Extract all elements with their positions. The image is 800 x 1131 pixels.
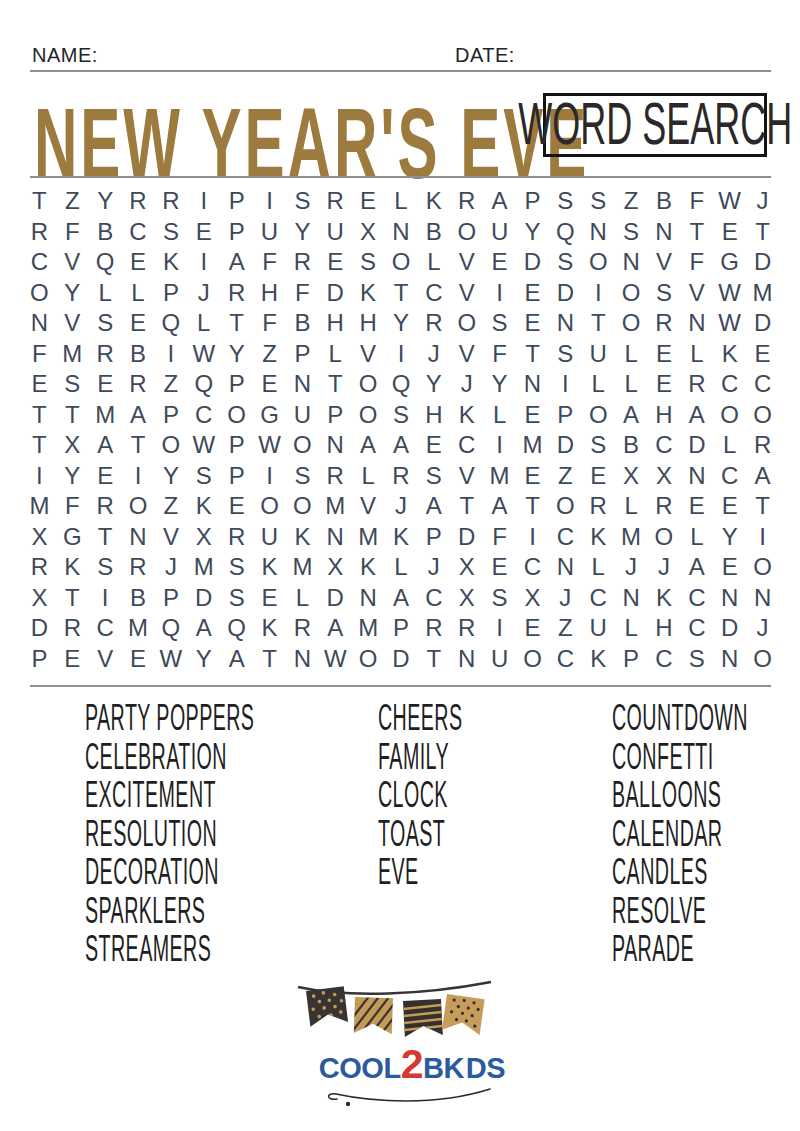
grid-cell-r15c6[interactable]: A	[187, 613, 220, 644]
grid-cell-r2c10[interactable]: U	[319, 217, 352, 248]
grid-cell-r11c11[interactable]: V	[352, 491, 385, 522]
grid-cell-r8c5[interactable]: P	[154, 400, 187, 431]
grid-cell-r8c8[interactable]: G	[253, 400, 286, 431]
grid-cell-r16c8[interactable]: T	[253, 644, 286, 675]
grid-cell-r3c3[interactable]: Q	[89, 247, 122, 278]
grid-cell-r10c12[interactable]: R	[385, 461, 418, 492]
grid-cell-r8c18[interactable]: O	[582, 400, 615, 431]
grid-cell-r4c3[interactable]: L	[89, 278, 122, 309]
grid-cell-r13c6[interactable]: M	[187, 552, 220, 583]
grid-cell-r9c18[interactable]: S	[582, 430, 615, 461]
grid-cell-r16c15[interactable]: U	[483, 644, 516, 675]
grid-cell-r15c1[interactable]: D	[23, 613, 56, 644]
grid-cell-r7c17[interactable]: I	[549, 369, 582, 400]
grid-cell-r8c1[interactable]: T	[23, 400, 56, 431]
grid-cell-r3c10[interactable]: E	[319, 247, 352, 278]
grid-cell-r3c21[interactable]: F	[680, 247, 713, 278]
grid-cell-r13c3[interactable]: S	[89, 552, 122, 583]
grid-cell-r16c4[interactable]: E	[122, 644, 155, 675]
grid-cell-r4c2[interactable]: Y	[56, 278, 89, 309]
grid-cell-r3c17[interactable]: S	[549, 247, 582, 278]
grid-cell-r1c19[interactable]: Z	[615, 186, 648, 217]
grid-cell-r16c13[interactable]: T	[417, 644, 450, 675]
grid-cell-r7c5[interactable]: Z	[154, 369, 187, 400]
grid-cell-r5c3[interactable]: S	[89, 308, 122, 339]
grid-cell-r11c13[interactable]: A	[417, 491, 450, 522]
grid-cell-r8c23[interactable]: O	[746, 400, 779, 431]
grid-cell-r14c13[interactable]: C	[417, 583, 450, 614]
grid-cell-r3c12[interactable]: O	[385, 247, 418, 278]
grid-cell-r8c3[interactable]: M	[89, 400, 122, 431]
grid-cell-r9c10[interactable]: N	[319, 430, 352, 461]
grid-cell-r14c20[interactable]: K	[648, 583, 681, 614]
grid-cell-r4c17[interactable]: D	[549, 278, 582, 309]
grid-cell-r11c14[interactable]: T	[450, 491, 483, 522]
grid-cell-r4c8[interactable]: H	[253, 278, 286, 309]
grid-cell-r6c21[interactable]: L	[680, 339, 713, 370]
grid-cell-r8c17[interactable]: P	[549, 400, 582, 431]
grid-cell-r16c14[interactable]: N	[450, 644, 483, 675]
grid-cell-r12c10[interactable]: N	[319, 522, 352, 553]
grid-cell-r12c19[interactable]: M	[615, 522, 648, 553]
grid-cell-r6c14[interactable]: V	[450, 339, 483, 370]
grid-cell-r14c16[interactable]: X	[516, 583, 549, 614]
grid-cell-r5c5[interactable]: Q	[154, 308, 187, 339]
grid-cell-r4c5[interactable]: P	[154, 278, 187, 309]
grid-cell-r1c6[interactable]: I	[187, 186, 220, 217]
grid-cell-r10c3[interactable]: E	[89, 461, 122, 492]
grid-cell-r15c11[interactable]: M	[352, 613, 385, 644]
grid-cell-r14c9[interactable]: L	[286, 583, 319, 614]
grid-cell-r14c22[interactable]: N	[713, 583, 746, 614]
grid-cell-r8c16[interactable]: E	[516, 400, 549, 431]
grid-cell-r15c8[interactable]: K	[253, 613, 286, 644]
grid-cell-r8c10[interactable]: P	[319, 400, 352, 431]
grid-cell-r4c1[interactable]: O	[23, 278, 56, 309]
grid-cell-r13c5[interactable]: J	[154, 552, 187, 583]
grid-cell-r8c9[interactable]: U	[286, 400, 319, 431]
grid-cell-r12c3[interactable]: T	[89, 522, 122, 553]
grid-cell-r16c1[interactable]: P	[23, 644, 56, 675]
grid-cell-r11c10[interactable]: M	[319, 491, 352, 522]
grid-cell-r10c5[interactable]: Y	[154, 461, 187, 492]
grid-cell-r1c4[interactable]: R	[122, 186, 155, 217]
grid-cell-r4c11[interactable]: K	[352, 278, 385, 309]
grid-cell-r5c22[interactable]: W	[713, 308, 746, 339]
grid-cell-r12c20[interactable]: O	[648, 522, 681, 553]
grid-cell-r7c13[interactable]: Y	[417, 369, 450, 400]
grid-cell-r14c14[interactable]: X	[450, 583, 483, 614]
grid-cell-r8c2[interactable]: T	[56, 400, 89, 431]
grid-cell-r4c16[interactable]: E	[516, 278, 549, 309]
grid-cell-r9c16[interactable]: M	[516, 430, 549, 461]
grid-cell-r2c11[interactable]: X	[352, 217, 385, 248]
grid-cell-r7c16[interactable]: N	[516, 369, 549, 400]
grid-cell-r16c12[interactable]: D	[385, 644, 418, 675]
grid-cell-r2c7[interactable]: P	[220, 217, 253, 248]
grid-cell-r2c16[interactable]: Y	[516, 217, 549, 248]
grid-cell-r11c1[interactable]: M	[23, 491, 56, 522]
grid-cell-r9c9[interactable]: O	[286, 430, 319, 461]
grid-cell-r6c22[interactable]: K	[713, 339, 746, 370]
grid-cell-r4c20[interactable]: S	[648, 278, 681, 309]
grid-cell-r5c7[interactable]: T	[220, 308, 253, 339]
grid-cell-r10c4[interactable]: I	[122, 461, 155, 492]
grid-cell-r16c6[interactable]: Y	[187, 644, 220, 675]
grid-cell-r6c17[interactable]: S	[549, 339, 582, 370]
grid-cell-r15c7[interactable]: Q	[220, 613, 253, 644]
grid-cell-r6c15[interactable]: F	[483, 339, 516, 370]
grid-cell-r16c5[interactable]: W	[154, 644, 187, 675]
grid-cell-r15c13[interactable]: R	[417, 613, 450, 644]
grid-cell-r7c4[interactable]: R	[122, 369, 155, 400]
grid-cell-r7c7[interactable]: P	[220, 369, 253, 400]
grid-cell-r2c19[interactable]: S	[615, 217, 648, 248]
grid-cell-r3c8[interactable]: F	[253, 247, 286, 278]
grid-cell-r7c21[interactable]: R	[680, 369, 713, 400]
grid-cell-r4c4[interactable]: L	[122, 278, 155, 309]
grid-cell-r8c4[interactable]: A	[122, 400, 155, 431]
grid-cell-r14c23[interactable]: N	[746, 583, 779, 614]
grid-cell-r8c7[interactable]: O	[220, 400, 253, 431]
grid-cell-r6c7[interactable]: Y	[220, 339, 253, 370]
grid-cell-r5c15[interactable]: S	[483, 308, 516, 339]
grid-cell-r1c20[interactable]: B	[648, 186, 681, 217]
grid-cell-r12c16[interactable]: I	[516, 522, 549, 553]
grid-cell-r14c4[interactable]: B	[122, 583, 155, 614]
grid-cell-r7c2[interactable]: S	[56, 369, 89, 400]
grid-cell-r7c9[interactable]: N	[286, 369, 319, 400]
grid-cell-r6c18[interactable]: U	[582, 339, 615, 370]
grid-cell-r15c23[interactable]: J	[746, 613, 779, 644]
grid-cell-r3c13[interactable]: L	[417, 247, 450, 278]
grid-cell-r15c9[interactable]: R	[286, 613, 319, 644]
grid-cell-r14c6[interactable]: D	[187, 583, 220, 614]
grid-cell-r11c6[interactable]: K	[187, 491, 220, 522]
grid-cell-r5c4[interactable]: E	[122, 308, 155, 339]
grid-cell-r10c23[interactable]: A	[746, 461, 779, 492]
grid-cell-r12c7[interactable]: R	[220, 522, 253, 553]
grid-cell-r7c11[interactable]: O	[352, 369, 385, 400]
grid-cell-r11c16[interactable]: T	[516, 491, 549, 522]
grid-cell-r11c15[interactable]: A	[483, 491, 516, 522]
grid-cell-r14c12[interactable]: A	[385, 583, 418, 614]
grid-cell-r14c17[interactable]: J	[549, 583, 582, 614]
grid-cell-r2c20[interactable]: N	[648, 217, 681, 248]
grid-cell-r1c7[interactable]: P	[220, 186, 253, 217]
grid-cell-r14c7[interactable]: S	[220, 583, 253, 614]
grid-cell-r1c9[interactable]: S	[286, 186, 319, 217]
grid-cell-r5c6[interactable]: L	[187, 308, 220, 339]
grid-cell-r9c7[interactable]: P	[220, 430, 253, 461]
grid-cell-r11c8[interactable]: O	[253, 491, 286, 522]
grid-cell-r14c11[interactable]: N	[352, 583, 385, 614]
grid-cell-r7c1[interactable]: E	[23, 369, 56, 400]
grid-cell-r8c15[interactable]: L	[483, 400, 516, 431]
grid-cell-r1c12[interactable]: L	[385, 186, 418, 217]
grid-cell-r8c20[interactable]: H	[648, 400, 681, 431]
grid-cell-r15c21[interactable]: C	[680, 613, 713, 644]
grid-cell-r13c18[interactable]: L	[582, 552, 615, 583]
grid-cell-r6c6[interactable]: W	[187, 339, 220, 370]
grid-cell-r6c23[interactable]: E	[746, 339, 779, 370]
grid-cell-r12c21[interactable]: L	[680, 522, 713, 553]
grid-cell-r2c4[interactable]: C	[122, 217, 155, 248]
grid-cell-r5c23[interactable]: D	[746, 308, 779, 339]
grid-cell-r2c13[interactable]: B	[417, 217, 450, 248]
grid-cell-r10c9[interactable]: S	[286, 461, 319, 492]
grid-cell-r14c2[interactable]: T	[56, 583, 89, 614]
grid-cell-r11c20[interactable]: R	[648, 491, 681, 522]
grid-cell-r12c13[interactable]: P	[417, 522, 450, 553]
grid-cell-r9c3[interactable]: A	[89, 430, 122, 461]
grid-cell-r13c7[interactable]: S	[220, 552, 253, 583]
grid-cell-r2c21[interactable]: T	[680, 217, 713, 248]
grid-cell-r12c6[interactable]: X	[187, 522, 220, 553]
grid-cell-r5c2[interactable]: V	[56, 308, 89, 339]
grid-cell-r5c21[interactable]: N	[680, 308, 713, 339]
grid-cell-r4c21[interactable]: V	[680, 278, 713, 309]
grid-cell-r3c14[interactable]: V	[450, 247, 483, 278]
grid-cell-r6c10[interactable]: L	[319, 339, 352, 370]
grid-cell-r14c5[interactable]: P	[154, 583, 187, 614]
grid-cell-r15c15[interactable]: I	[483, 613, 516, 644]
grid-cell-r4c12[interactable]: T	[385, 278, 418, 309]
grid-cell-r8c11[interactable]: O	[352, 400, 385, 431]
grid-cell-r4c10[interactable]: D	[319, 278, 352, 309]
grid-cell-r3c18[interactable]: O	[582, 247, 615, 278]
grid-cell-r8c22[interactable]: O	[713, 400, 746, 431]
grid-cell-r13c22[interactable]: E	[713, 552, 746, 583]
grid-cell-r3c5[interactable]: K	[154, 247, 187, 278]
grid-cell-r12c1[interactable]: X	[23, 522, 56, 553]
grid-cell-r15c10[interactable]: A	[319, 613, 352, 644]
grid-cell-r2c22[interactable]: E	[713, 217, 746, 248]
grid-cell-r4c7[interactable]: R	[220, 278, 253, 309]
grid-cell-r3c15[interactable]: E	[483, 247, 516, 278]
grid-cell-r15c22[interactable]: D	[713, 613, 746, 644]
grid-cell-r5c20[interactable]: R	[648, 308, 681, 339]
grid-cell-r9c4[interactable]: T	[122, 430, 155, 461]
grid-cell-r7c8[interactable]: E	[253, 369, 286, 400]
grid-cell-r3c9[interactable]: R	[286, 247, 319, 278]
grid-cell-r6c13[interactable]: J	[417, 339, 450, 370]
grid-cell-r7c23[interactable]: C	[746, 369, 779, 400]
grid-cell-r12c17[interactable]: C	[549, 522, 582, 553]
grid-cell-r12c15[interactable]: F	[483, 522, 516, 553]
grid-cell-r13c2[interactable]: K	[56, 552, 89, 583]
grid-cell-r9c6[interactable]: W	[187, 430, 220, 461]
grid-cell-r10c14[interactable]: V	[450, 461, 483, 492]
grid-cell-r9c12[interactable]: A	[385, 430, 418, 461]
grid-cell-r12c8[interactable]: U	[253, 522, 286, 553]
grid-cell-r1c2[interactable]: Z	[56, 186, 89, 217]
grid-cell-r13c4[interactable]: R	[122, 552, 155, 583]
grid-cell-r4c23[interactable]: M	[746, 278, 779, 309]
grid-cell-r14c21[interactable]: C	[680, 583, 713, 614]
grid-cell-r11c18[interactable]: R	[582, 491, 615, 522]
grid-cell-r12c18[interactable]: K	[582, 522, 615, 553]
grid-cell-r10c15[interactable]: M	[483, 461, 516, 492]
grid-cell-r5c1[interactable]: N	[23, 308, 56, 339]
grid-cell-r15c19[interactable]: L	[615, 613, 648, 644]
grid-cell-r16c7[interactable]: A	[220, 644, 253, 675]
grid-cell-r2c15[interactable]: U	[483, 217, 516, 248]
grid-cell-r16c3[interactable]: V	[89, 644, 122, 675]
grid-cell-r13c19[interactable]: J	[615, 552, 648, 583]
grid-cell-r15c14[interactable]: R	[450, 613, 483, 644]
grid-cell-r13c14[interactable]: X	[450, 552, 483, 583]
grid-cell-r4c18[interactable]: I	[582, 278, 615, 309]
grid-cell-r2c12[interactable]: N	[385, 217, 418, 248]
grid-cell-r7c19[interactable]: L	[615, 369, 648, 400]
grid-cell-r11c22[interactable]: E	[713, 491, 746, 522]
grid-cell-r2c18[interactable]: N	[582, 217, 615, 248]
grid-cell-r9c17[interactable]: D	[549, 430, 582, 461]
grid-cell-r15c3[interactable]: C	[89, 613, 122, 644]
grid-cell-r15c20[interactable]: H	[648, 613, 681, 644]
grid-cell-r10c2[interactable]: Y	[56, 461, 89, 492]
grid-cell-r10c10[interactable]: R	[319, 461, 352, 492]
grid-cell-r3c2[interactable]: V	[56, 247, 89, 278]
grid-cell-r6c5[interactable]: I	[154, 339, 187, 370]
grid-cell-r3c4[interactable]: E	[122, 247, 155, 278]
grid-cell-r1c11[interactable]: E	[352, 186, 385, 217]
grid-cell-r11c23[interactable]: T	[746, 491, 779, 522]
grid-cell-r13c16[interactable]: C	[516, 552, 549, 583]
grid-cell-r1c8[interactable]: I	[253, 186, 286, 217]
grid-cell-r6c20[interactable]: E	[648, 339, 681, 370]
grid-cell-r9c21[interactable]: D	[680, 430, 713, 461]
grid-cell-r15c5[interactable]: Q	[154, 613, 187, 644]
grid-cell-r16c11[interactable]: O	[352, 644, 385, 675]
grid-cell-r7c12[interactable]: Q	[385, 369, 418, 400]
grid-cell-r9c23[interactable]: R	[746, 430, 779, 461]
grid-cell-r13c21[interactable]: A	[680, 552, 713, 583]
grid-cell-r7c22[interactable]: C	[713, 369, 746, 400]
grid-cell-r4c14[interactable]: V	[450, 278, 483, 309]
grid-cell-r5c16[interactable]: E	[516, 308, 549, 339]
grid-cell-r4c13[interactable]: C	[417, 278, 450, 309]
grid-cell-r2c8[interactable]: U	[253, 217, 286, 248]
grid-cell-r3c16[interactable]: D	[516, 247, 549, 278]
grid-cell-r10c13[interactable]: S	[417, 461, 450, 492]
grid-cell-r13c9[interactable]: M	[286, 552, 319, 583]
grid-cell-r12c5[interactable]: V	[154, 522, 187, 553]
grid-cell-r9c1[interactable]: T	[23, 430, 56, 461]
grid-cell-r15c17[interactable]: Z	[549, 613, 582, 644]
grid-cell-r1c1[interactable]: T	[23, 186, 56, 217]
grid-cell-r15c16[interactable]: E	[516, 613, 549, 644]
grid-cell-r13c8[interactable]: K	[253, 552, 286, 583]
grid-cell-r2c14[interactable]: O	[450, 217, 483, 248]
grid-cell-r1c23[interactable]: J	[746, 186, 779, 217]
grid-cell-r1c5[interactable]: R	[154, 186, 187, 217]
grid-cell-r14c18[interactable]: C	[582, 583, 615, 614]
grid-cell-r13c12[interactable]: L	[385, 552, 418, 583]
grid-cell-r7c15[interactable]: Y	[483, 369, 516, 400]
grid-cell-r6c16[interactable]: T	[516, 339, 549, 370]
grid-cell-r13c11[interactable]: K	[352, 552, 385, 583]
grid-cell-r9c8[interactable]: W	[253, 430, 286, 461]
grid-cell-r4c6[interactable]: J	[187, 278, 220, 309]
grid-cell-r10c1[interactable]: I	[23, 461, 56, 492]
grid-cell-r13c20[interactable]: J	[648, 552, 681, 583]
grid-cell-r1c3[interactable]: Y	[89, 186, 122, 217]
grid-cell-r16c19[interactable]: P	[615, 644, 648, 675]
grid-cell-r9c11[interactable]: A	[352, 430, 385, 461]
grid-cell-r1c18[interactable]: S	[582, 186, 615, 217]
grid-cell-r8c12[interactable]: S	[385, 400, 418, 431]
grid-cell-r9c19[interactable]: B	[615, 430, 648, 461]
grid-cell-r11c2[interactable]: F	[56, 491, 89, 522]
grid-cell-r6c9[interactable]: P	[286, 339, 319, 370]
grid-cell-r12c2[interactable]: G	[56, 522, 89, 553]
grid-cell-r12c23[interactable]: I	[746, 522, 779, 553]
grid-cell-r14c1[interactable]: X	[23, 583, 56, 614]
grid-cell-r14c19[interactable]: N	[615, 583, 648, 614]
grid-cell-r1c15[interactable]: A	[483, 186, 516, 217]
grid-cell-r6c11[interactable]: V	[352, 339, 385, 370]
grid-cell-r16c22[interactable]: N	[713, 644, 746, 675]
grid-cell-r3c23[interactable]: D	[746, 247, 779, 278]
grid-cell-r11c17[interactable]: O	[549, 491, 582, 522]
grid-cell-r16c9[interactable]: N	[286, 644, 319, 675]
grid-cell-r2c17[interactable]: Q	[549, 217, 582, 248]
grid-cell-r13c10[interactable]: X	[319, 552, 352, 583]
grid-cell-r11c21[interactable]: E	[680, 491, 713, 522]
grid-cell-r5c13[interactable]: R	[417, 308, 450, 339]
grid-cell-r7c10[interactable]: T	[319, 369, 352, 400]
grid-cell-r11c5[interactable]: Z	[154, 491, 187, 522]
grid-cell-r13c15[interactable]: E	[483, 552, 516, 583]
grid-cell-r2c1[interactable]: R	[23, 217, 56, 248]
grid-cell-r1c22[interactable]: W	[713, 186, 746, 217]
grid-cell-r1c21[interactable]: F	[680, 186, 713, 217]
grid-cell-r1c13[interactable]: K	[417, 186, 450, 217]
grid-cell-r4c15[interactable]: I	[483, 278, 516, 309]
grid-cell-r12c12[interactable]: K	[385, 522, 418, 553]
grid-cell-r12c9[interactable]: K	[286, 522, 319, 553]
grid-cell-r6c3[interactable]: R	[89, 339, 122, 370]
grid-cell-r6c8[interactable]: Z	[253, 339, 286, 370]
grid-cell-r12c22[interactable]: Y	[713, 522, 746, 553]
grid-cell-r7c6[interactable]: Q	[187, 369, 220, 400]
grid-cell-r4c19[interactable]: O	[615, 278, 648, 309]
grid-cell-r7c3[interactable]: E	[89, 369, 122, 400]
grid-cell-r6c4[interactable]: B	[122, 339, 155, 370]
grid-cell-r3c1[interactable]: C	[23, 247, 56, 278]
grid-cell-r2c3[interactable]: B	[89, 217, 122, 248]
grid-cell-r2c23[interactable]: T	[746, 217, 779, 248]
grid-cell-r14c10[interactable]: D	[319, 583, 352, 614]
grid-cell-r14c3[interactable]: I	[89, 583, 122, 614]
grid-cell-r12c11[interactable]: M	[352, 522, 385, 553]
grid-cell-r5c19[interactable]: O	[615, 308, 648, 339]
grid-cell-r14c8[interactable]: E	[253, 583, 286, 614]
grid-cell-r11c9[interactable]: O	[286, 491, 319, 522]
grid-cell-r5c18[interactable]: T	[582, 308, 615, 339]
grid-cell-r8c21[interactable]: A	[680, 400, 713, 431]
grid-cell-r10c17[interactable]: Z	[549, 461, 582, 492]
grid-cell-r10c22[interactable]: C	[713, 461, 746, 492]
grid-cell-r5c10[interactable]: H	[319, 308, 352, 339]
grid-cell-r3c19[interactable]: N	[615, 247, 648, 278]
grid-cell-r8c6[interactable]: C	[187, 400, 220, 431]
grid-cell-r13c1[interactable]: R	[23, 552, 56, 583]
grid-cell-r3c6[interactable]: I	[187, 247, 220, 278]
grid-cell-r1c10[interactable]: R	[319, 186, 352, 217]
